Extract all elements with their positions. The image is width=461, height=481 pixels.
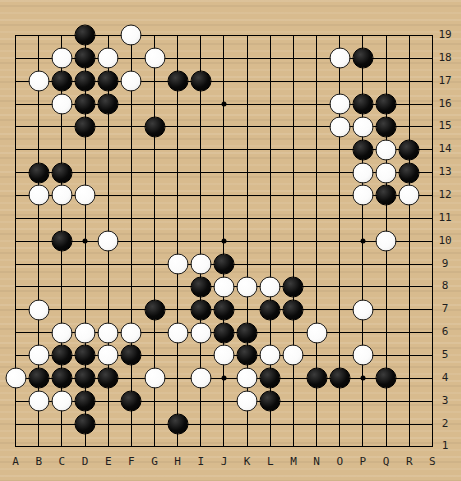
intersection-G4[interactable] — [143, 367, 166, 390]
intersection-J12[interactable] — [212, 184, 235, 207]
intersection-D3[interactable] — [73, 390, 96, 413]
intersection-R4[interactable] — [398, 367, 421, 390]
intersection-A8[interactable] — [4, 275, 27, 298]
intersection-H15[interactable] — [166, 115, 189, 138]
intersection-I7[interactable] — [189, 298, 212, 321]
intersection-E13[interactable] — [97, 161, 120, 184]
intersection-J14[interactable] — [212, 138, 235, 161]
intersection-K17[interactable] — [236, 70, 259, 93]
intersection-N13[interactable] — [305, 161, 328, 184]
intersection-L16[interactable] — [259, 93, 282, 116]
intersection-B11[interactable] — [27, 207, 50, 230]
intersection-A12[interactable] — [4, 184, 27, 207]
intersection-C16[interactable] — [50, 93, 73, 116]
intersection-I12[interactable] — [189, 184, 212, 207]
intersection-H16[interactable] — [166, 93, 189, 116]
intersection-E9[interactable] — [97, 253, 120, 276]
intersection-B4[interactable] — [27, 367, 50, 390]
intersection-M17[interactable] — [282, 70, 305, 93]
intersection-F19[interactable] — [120, 24, 143, 47]
intersection-G16[interactable] — [143, 93, 166, 116]
intersection-C13[interactable] — [50, 161, 73, 184]
intersection-N15[interactable] — [305, 115, 328, 138]
intersection-R11[interactable] — [398, 207, 421, 230]
intersection-N8[interactable] — [305, 275, 328, 298]
intersection-B3[interactable] — [27, 390, 50, 413]
intersection-L4[interactable] — [259, 367, 282, 390]
intersection-J11[interactable] — [212, 207, 235, 230]
intersection-H17[interactable] — [166, 70, 189, 93]
intersection-K11[interactable] — [236, 207, 259, 230]
intersection-Q4[interactable] — [375, 367, 398, 390]
intersection-F4[interactable] — [120, 367, 143, 390]
intersection-P16[interactable] — [351, 93, 374, 116]
intersection-I3[interactable] — [189, 390, 212, 413]
intersection-E5[interactable] — [97, 344, 120, 367]
intersection-P19[interactable] — [351, 24, 374, 47]
intersection-O2[interactable] — [328, 413, 351, 436]
intersection-P7[interactable] — [351, 298, 374, 321]
intersection-R13[interactable] — [398, 161, 421, 184]
intersection-A5[interactable] — [4, 344, 27, 367]
intersection-O19[interactable] — [328, 24, 351, 47]
intersection-G17[interactable] — [143, 70, 166, 93]
intersection-N9[interactable] — [305, 253, 328, 276]
intersection-P18[interactable] — [351, 47, 374, 70]
intersection-R18[interactable] — [398, 47, 421, 70]
intersection-E15[interactable] — [97, 115, 120, 138]
intersection-J3[interactable] — [212, 390, 235, 413]
intersection-A9[interactable] — [4, 253, 27, 276]
intersection-L3[interactable] — [259, 390, 282, 413]
intersection-M2[interactable] — [282, 413, 305, 436]
intersection-J18[interactable] — [212, 47, 235, 70]
intersection-H19[interactable] — [166, 24, 189, 47]
intersection-G6[interactable] — [143, 321, 166, 344]
intersection-M14[interactable] — [282, 138, 305, 161]
intersection-F16[interactable] — [120, 93, 143, 116]
intersection-L5[interactable] — [259, 344, 282, 367]
intersection-F14[interactable] — [120, 138, 143, 161]
intersection-G18[interactable] — [143, 47, 166, 70]
intersection-J17[interactable] — [212, 70, 235, 93]
intersection-I6[interactable] — [189, 321, 212, 344]
intersection-I2[interactable] — [189, 413, 212, 436]
intersection-L7[interactable] — [259, 298, 282, 321]
intersection-Q13[interactable] — [375, 161, 398, 184]
intersection-A6[interactable] — [4, 321, 27, 344]
intersection-B10[interactable] — [27, 230, 50, 253]
intersection-L19[interactable] — [259, 24, 282, 47]
intersection-L18[interactable] — [259, 47, 282, 70]
intersection-M12[interactable] — [282, 184, 305, 207]
intersection-R5[interactable] — [398, 344, 421, 367]
intersection-R15[interactable] — [398, 115, 421, 138]
intersection-C9[interactable] — [50, 253, 73, 276]
intersection-R7[interactable] — [398, 298, 421, 321]
intersection-M11[interactable] — [282, 207, 305, 230]
intersection-G8[interactable] — [143, 275, 166, 298]
intersection-B7[interactable] — [27, 298, 50, 321]
intersection-Q18[interactable] — [375, 47, 398, 70]
intersection-E19[interactable] — [97, 24, 120, 47]
intersection-B14[interactable] — [27, 138, 50, 161]
intersection-B9[interactable] — [27, 253, 50, 276]
intersection-N16[interactable] — [305, 93, 328, 116]
intersection-J9[interactable] — [212, 253, 235, 276]
intersection-K3[interactable] — [236, 390, 259, 413]
intersection-C4[interactable] — [50, 367, 73, 390]
intersection-G15[interactable] — [143, 115, 166, 138]
intersection-G5[interactable] — [143, 344, 166, 367]
intersection-H9[interactable] — [166, 253, 189, 276]
intersection-E11[interactable] — [97, 207, 120, 230]
intersection-Q9[interactable] — [375, 253, 398, 276]
intersection-R6[interactable] — [398, 321, 421, 344]
intersection-O13[interactable] — [328, 161, 351, 184]
intersection-A3[interactable] — [4, 390, 27, 413]
intersection-I13[interactable] — [189, 161, 212, 184]
intersection-Q8[interactable] — [375, 275, 398, 298]
intersection-K10[interactable] — [236, 230, 259, 253]
intersection-F12[interactable] — [120, 184, 143, 207]
intersection-F15[interactable] — [120, 115, 143, 138]
intersection-G10[interactable] — [143, 230, 166, 253]
intersection-J16[interactable] — [212, 93, 235, 116]
intersection-E7[interactable] — [97, 298, 120, 321]
intersection-D12[interactable] — [73, 184, 96, 207]
intersection-C2[interactable] — [50, 413, 73, 436]
intersection-O6[interactable] — [328, 321, 351, 344]
intersection-C5[interactable] — [50, 344, 73, 367]
intersection-E6[interactable] — [97, 321, 120, 344]
intersection-M10[interactable] — [282, 230, 305, 253]
intersection-O4[interactable] — [328, 367, 351, 390]
intersection-O5[interactable] — [328, 344, 351, 367]
intersection-F5[interactable] — [120, 344, 143, 367]
intersection-L2[interactable] — [259, 413, 282, 436]
intersection-A19[interactable] — [4, 24, 27, 47]
intersection-J13[interactable] — [212, 161, 235, 184]
intersection-E14[interactable] — [97, 138, 120, 161]
intersection-J8[interactable] — [212, 275, 235, 298]
intersection-M13[interactable] — [282, 161, 305, 184]
intersection-Q10[interactable] — [375, 230, 398, 253]
intersection-K6[interactable] — [236, 321, 259, 344]
intersection-P15[interactable] — [351, 115, 374, 138]
intersection-J4[interactable] — [212, 367, 235, 390]
intersection-J5[interactable] — [212, 344, 235, 367]
intersection-B17[interactable] — [27, 70, 50, 93]
intersection-Q16[interactable] — [375, 93, 398, 116]
intersection-N17[interactable] — [305, 70, 328, 93]
intersection-C15[interactable] — [50, 115, 73, 138]
intersection-I4[interactable] — [189, 367, 212, 390]
intersection-B18[interactable] — [27, 47, 50, 70]
intersection-H12[interactable] — [166, 184, 189, 207]
intersection-H18[interactable] — [166, 47, 189, 70]
intersection-F18[interactable] — [120, 47, 143, 70]
intersection-R9[interactable] — [398, 253, 421, 276]
intersection-L12[interactable] — [259, 184, 282, 207]
intersection-P5[interactable] — [351, 344, 374, 367]
intersection-A13[interactable] — [4, 161, 27, 184]
intersection-N14[interactable] — [305, 138, 328, 161]
intersection-O10[interactable] — [328, 230, 351, 253]
intersection-J6[interactable] — [212, 321, 235, 344]
intersection-D8[interactable] — [73, 275, 96, 298]
intersection-K12[interactable] — [236, 184, 259, 207]
intersection-L10[interactable] — [259, 230, 282, 253]
intersection-H3[interactable] — [166, 390, 189, 413]
intersection-I5[interactable] — [189, 344, 212, 367]
intersection-P2[interactable] — [351, 413, 374, 436]
intersection-R8[interactable] — [398, 275, 421, 298]
intersection-N5[interactable] — [305, 344, 328, 367]
intersection-O17[interactable] — [328, 70, 351, 93]
intersection-N10[interactable] — [305, 230, 328, 253]
intersection-N19[interactable] — [305, 24, 328, 47]
intersection-N6[interactable] — [305, 321, 328, 344]
intersection-C18[interactable] — [50, 47, 73, 70]
intersection-O3[interactable] — [328, 390, 351, 413]
intersection-K13[interactable] — [236, 161, 259, 184]
intersection-P6[interactable] — [351, 321, 374, 344]
intersection-E8[interactable] — [97, 275, 120, 298]
intersection-K19[interactable] — [236, 24, 259, 47]
intersection-Q6[interactable] — [375, 321, 398, 344]
intersection-L11[interactable] — [259, 207, 282, 230]
intersection-G3[interactable] — [143, 390, 166, 413]
intersection-H2[interactable] — [166, 413, 189, 436]
intersection-D5[interactable] — [73, 344, 96, 367]
intersection-K2[interactable] — [236, 413, 259, 436]
intersection-O15[interactable] — [328, 115, 351, 138]
intersection-K8[interactable] — [236, 275, 259, 298]
intersection-P14[interactable] — [351, 138, 374, 161]
intersection-P8[interactable] — [351, 275, 374, 298]
intersection-E12[interactable] — [97, 184, 120, 207]
intersection-A14[interactable] — [4, 138, 27, 161]
intersection-F9[interactable] — [120, 253, 143, 276]
intersection-Q17[interactable] — [375, 70, 398, 93]
intersection-P3[interactable] — [351, 390, 374, 413]
intersection-N4[interactable] — [305, 367, 328, 390]
intersection-R2[interactable] — [398, 413, 421, 436]
intersection-Q15[interactable] — [375, 115, 398, 138]
intersection-M18[interactable] — [282, 47, 305, 70]
intersection-O18[interactable] — [328, 47, 351, 70]
intersection-O8[interactable] — [328, 275, 351, 298]
intersection-F10[interactable] — [120, 230, 143, 253]
intersection-P4[interactable] — [351, 367, 374, 390]
intersection-R12[interactable] — [398, 184, 421, 207]
intersection-R14[interactable] — [398, 138, 421, 161]
intersection-C12[interactable] — [50, 184, 73, 207]
intersection-C8[interactable] — [50, 275, 73, 298]
intersection-R3[interactable] — [398, 390, 421, 413]
intersection-I8[interactable] — [189, 275, 212, 298]
intersection-I18[interactable] — [189, 47, 212, 70]
intersection-A16[interactable] — [4, 93, 27, 116]
intersection-F2[interactable] — [120, 413, 143, 436]
intersection-G9[interactable] — [143, 253, 166, 276]
intersection-D17[interactable] — [73, 70, 96, 93]
intersection-N18[interactable] — [305, 47, 328, 70]
intersection-K7[interactable] — [236, 298, 259, 321]
intersection-I10[interactable] — [189, 230, 212, 253]
intersection-G2[interactable] — [143, 413, 166, 436]
intersection-Q5[interactable] — [375, 344, 398, 367]
intersection-A2[interactable] — [4, 413, 27, 436]
intersection-L13[interactable] — [259, 161, 282, 184]
intersection-M16[interactable] — [282, 93, 305, 116]
intersection-H11[interactable] — [166, 207, 189, 230]
intersection-P12[interactable] — [351, 184, 374, 207]
intersection-F7[interactable] — [120, 298, 143, 321]
intersection-D11[interactable] — [73, 207, 96, 230]
intersection-C19[interactable] — [50, 24, 73, 47]
intersection-A10[interactable] — [4, 230, 27, 253]
intersection-D13[interactable] — [73, 161, 96, 184]
intersection-J7[interactable] — [212, 298, 235, 321]
intersection-H8[interactable] — [166, 275, 189, 298]
intersection-L6[interactable] — [259, 321, 282, 344]
intersection-E10[interactable] — [97, 230, 120, 253]
intersection-H6[interactable] — [166, 321, 189, 344]
intersection-I9[interactable] — [189, 253, 212, 276]
intersection-D19[interactable] — [73, 24, 96, 47]
intersection-M15[interactable] — [282, 115, 305, 138]
intersection-Q19[interactable] — [375, 24, 398, 47]
intersection-P13[interactable] — [351, 161, 374, 184]
intersection-M7[interactable] — [282, 298, 305, 321]
intersection-D2[interactable] — [73, 413, 96, 436]
intersection-O14[interactable] — [328, 138, 351, 161]
intersection-R10[interactable] — [398, 230, 421, 253]
intersection-H14[interactable] — [166, 138, 189, 161]
intersection-B15[interactable] — [27, 115, 50, 138]
intersection-E2[interactable] — [97, 413, 120, 436]
intersection-I19[interactable] — [189, 24, 212, 47]
intersection-M6[interactable] — [282, 321, 305, 344]
intersection-D9[interactable] — [73, 253, 96, 276]
intersection-G19[interactable] — [143, 24, 166, 47]
intersection-Q11[interactable] — [375, 207, 398, 230]
intersection-G12[interactable] — [143, 184, 166, 207]
intersection-L8[interactable] — [259, 275, 282, 298]
intersection-O11[interactable] — [328, 207, 351, 230]
intersection-A15[interactable] — [4, 115, 27, 138]
intersection-N12[interactable] — [305, 184, 328, 207]
intersection-I11[interactable] — [189, 207, 212, 230]
intersection-Q14[interactable] — [375, 138, 398, 161]
intersection-M9[interactable] — [282, 253, 305, 276]
intersection-A11[interactable] — [4, 207, 27, 230]
intersection-D7[interactable] — [73, 298, 96, 321]
intersection-C17[interactable] — [50, 70, 73, 93]
intersection-B12[interactable] — [27, 184, 50, 207]
intersection-C3[interactable] — [50, 390, 73, 413]
intersection-R19[interactable] — [398, 24, 421, 47]
intersection-K16[interactable] — [236, 93, 259, 116]
intersection-P17[interactable] — [351, 70, 374, 93]
intersection-K4[interactable] — [236, 367, 259, 390]
intersection-A7[interactable] — [4, 298, 27, 321]
intersection-K14[interactable] — [236, 138, 259, 161]
intersection-H5[interactable] — [166, 344, 189, 367]
intersection-K18[interactable] — [236, 47, 259, 70]
intersection-J10[interactable] — [212, 230, 235, 253]
intersection-C11[interactable] — [50, 207, 73, 230]
intersection-D14[interactable] — [73, 138, 96, 161]
intersection-K15[interactable] — [236, 115, 259, 138]
intersection-J15[interactable] — [212, 115, 235, 138]
intersection-D6[interactable] — [73, 321, 96, 344]
intersection-L17[interactable] — [259, 70, 282, 93]
intersection-H13[interactable] — [166, 161, 189, 184]
intersection-N2[interactable] — [305, 413, 328, 436]
intersection-D16[interactable] — [73, 93, 96, 116]
intersection-M19[interactable] — [282, 24, 305, 47]
intersection-F6[interactable] — [120, 321, 143, 344]
intersection-G11[interactable] — [143, 207, 166, 230]
intersection-C7[interactable] — [50, 298, 73, 321]
intersection-O9[interactable] — [328, 253, 351, 276]
intersection-K9[interactable] — [236, 253, 259, 276]
intersection-E18[interactable] — [97, 47, 120, 70]
intersection-C6[interactable] — [50, 321, 73, 344]
intersection-E3[interactable] — [97, 390, 120, 413]
intersection-Q2[interactable] — [375, 413, 398, 436]
intersection-E4[interactable] — [97, 367, 120, 390]
intersection-H4[interactable] — [166, 367, 189, 390]
intersection-A17[interactable] — [4, 70, 27, 93]
intersection-M5[interactable] — [282, 344, 305, 367]
intersection-N3[interactable] — [305, 390, 328, 413]
intersection-L9[interactable] — [259, 253, 282, 276]
intersection-A4[interactable] — [4, 367, 27, 390]
intersection-M4[interactable] — [282, 367, 305, 390]
intersection-I15[interactable] — [189, 115, 212, 138]
intersection-O7[interactable] — [328, 298, 351, 321]
intersection-M3[interactable] — [282, 390, 305, 413]
intersection-B19[interactable] — [27, 24, 50, 47]
intersection-B5[interactable] — [27, 344, 50, 367]
intersection-B8[interactable] — [27, 275, 50, 298]
intersection-E16[interactable] — [97, 93, 120, 116]
intersection-N7[interactable] — [305, 298, 328, 321]
intersection-I14[interactable] — [189, 138, 212, 161]
intersection-F17[interactable] — [120, 70, 143, 93]
intersection-J2[interactable] — [212, 413, 235, 436]
intersection-D15[interactable] — [73, 115, 96, 138]
intersection-H7[interactable] — [166, 298, 189, 321]
intersection-P11[interactable] — [351, 207, 374, 230]
intersection-G13[interactable] — [143, 161, 166, 184]
intersection-B6[interactable] — [27, 321, 50, 344]
intersection-H10[interactable] — [166, 230, 189, 253]
intersection-L15[interactable] — [259, 115, 282, 138]
intersection-R17[interactable] — [398, 70, 421, 93]
intersection-K5[interactable] — [236, 344, 259, 367]
intersection-C14[interactable] — [50, 138, 73, 161]
intersection-Q12[interactable] — [375, 184, 398, 207]
intersection-B16[interactable] — [27, 93, 50, 116]
intersection-I17[interactable] — [189, 70, 212, 93]
intersection-I16[interactable] — [189, 93, 212, 116]
intersection-D18[interactable] — [73, 47, 96, 70]
